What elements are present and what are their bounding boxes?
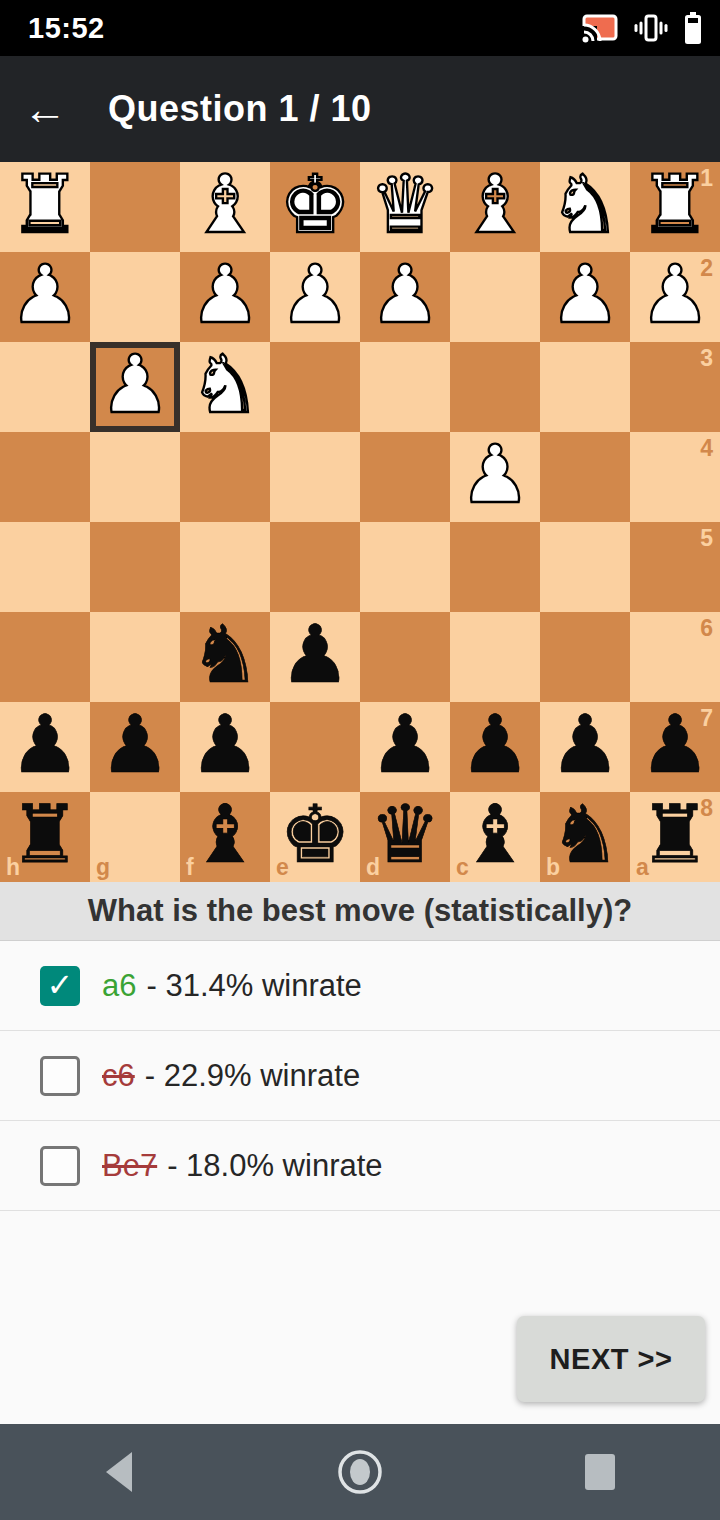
clock: 15:52	[28, 12, 105, 45]
piece-white-p-d2: ♟	[369, 255, 441, 339]
status-icons	[582, 12, 702, 44]
square-d6[interactable]	[360, 612, 450, 702]
answer-winrate: - 22.9% winrate	[145, 1058, 360, 1094]
piece-black-n-f6: ♞	[189, 615, 261, 699]
cast-icon	[582, 13, 618, 43]
square-a1[interactable]: ♜1	[630, 162, 720, 252]
square-c4[interactable]: ♟	[450, 432, 540, 522]
answer-checkbox[interactable]: ✓	[40, 966, 80, 1006]
piece-black-b-c8: ♝	[459, 795, 531, 879]
piece-white-p-b2: ♟	[549, 255, 621, 339]
question-text: What is the best move (statistically)?	[88, 893, 632, 929]
square-e3[interactable]	[270, 342, 360, 432]
square-a3[interactable]: 3	[630, 342, 720, 432]
square-c8[interactable]: ♝c	[450, 792, 540, 882]
status-bar: 15:52	[0, 0, 720, 56]
square-c6[interactable]	[450, 612, 540, 702]
piece-black-p-f7: ♟	[189, 705, 261, 789]
nav-back-icon	[100, 1450, 140, 1494]
nav-home-button[interactable]	[240, 1448, 480, 1496]
back-arrow-icon: ←	[23, 84, 67, 134]
answer-winrate: - 18.0% winrate	[167, 1148, 382, 1184]
square-b2[interactable]: ♟	[540, 252, 630, 342]
rank-label-6: 6	[700, 617, 713, 640]
rank-label-5: 5	[700, 527, 713, 550]
battery-icon	[684, 12, 702, 44]
screen: 15:52 ←	[0, 0, 720, 1520]
square-h7[interactable]: ♟	[0, 702, 90, 792]
piece-white-n-f3: ♞	[189, 345, 261, 429]
square-a2[interactable]: ♟2	[630, 252, 720, 342]
answer-list: ✓ a6 - 31.4% winrate ✓ c6 - 22.9% winrat…	[0, 941, 720, 1211]
square-b8[interactable]: ♞b	[540, 792, 630, 882]
square-h3[interactable]	[0, 342, 90, 432]
square-h2[interactable]: ♟	[0, 252, 90, 342]
piece-white-n-b1: ♞	[549, 165, 621, 249]
square-g2[interactable]	[90, 252, 180, 342]
piece-white-p-f2: ♟	[189, 255, 261, 339]
rank-label-8: 8	[700, 797, 713, 820]
answer-move: a6	[102, 968, 136, 1004]
rank-label-1: 1	[700, 167, 713, 190]
piece-black-p-g7: ♟	[99, 705, 171, 789]
square-h6[interactable]	[0, 612, 90, 702]
rank-label-7: 7	[700, 707, 713, 730]
square-e4[interactable]	[270, 432, 360, 522]
square-g3[interactable]: ♟	[90, 342, 180, 432]
rank-label-3: 3	[700, 347, 713, 370]
piece-white-r-h1: ♜	[9, 165, 81, 249]
square-a7[interactable]: ♟7	[630, 702, 720, 792]
square-e8[interactable]: ♚e	[270, 792, 360, 882]
square-h8[interactable]: ♜h	[0, 792, 90, 882]
file-label-c: c	[456, 856, 469, 879]
piece-white-p-e2: ♟	[279, 255, 351, 339]
square-f6[interactable]: ♞	[180, 612, 270, 702]
square-e7[interactable]	[270, 702, 360, 792]
file-label-e: e	[276, 856, 289, 879]
app-bar: ← Question 1 / 10	[0, 56, 720, 162]
square-c1[interactable]: ♝	[450, 162, 540, 252]
square-b3[interactable]	[540, 342, 630, 432]
piece-black-k-e8: ♚	[279, 795, 351, 879]
square-a8[interactable]: ♜8a	[630, 792, 720, 882]
back-button[interactable]: ←	[0, 56, 90, 162]
piece-white-b-f1: ♝	[189, 165, 261, 249]
answer-row-a6[interactable]: ✓ a6 - 31.4% winrate	[0, 941, 720, 1031]
square-b1[interactable]: ♞	[540, 162, 630, 252]
file-label-g: g	[96, 856, 110, 879]
piece-black-p-h7: ♟	[9, 705, 81, 789]
rank-label-4: 4	[700, 437, 713, 460]
square-h1[interactable]: ♜	[0, 162, 90, 252]
answer-checkbox[interactable]: ✓	[40, 1056, 80, 1096]
nav-back-button[interactable]	[0, 1450, 240, 1494]
square-c3[interactable]	[450, 342, 540, 432]
square-f7[interactable]: ♟	[180, 702, 270, 792]
square-a6[interactable]: 6	[630, 612, 720, 702]
file-label-f: f	[186, 856, 194, 879]
answer-move: Be7	[102, 1148, 157, 1184]
square-e1[interactable]: ♚	[270, 162, 360, 252]
answer-row-be7[interactable]: ✓ Be7 - 18.0% winrate	[0, 1121, 720, 1211]
square-f3[interactable]: ♞	[180, 342, 270, 432]
piece-black-p-c7: ♟	[459, 705, 531, 789]
answer-winrate: - 31.4% winrate	[146, 968, 361, 1004]
square-h4[interactable]	[0, 432, 90, 522]
square-d2[interactable]: ♟	[360, 252, 450, 342]
page-title: Question 1 / 10	[108, 88, 372, 130]
piece-black-b-f8: ♝	[189, 795, 261, 879]
file-label-h: h	[6, 856, 20, 879]
square-d7[interactable]: ♟	[360, 702, 450, 792]
square-d4[interactable]	[360, 432, 450, 522]
square-d1[interactable]: ♛	[360, 162, 450, 252]
checkmark-icon: ✓	[47, 969, 74, 1001]
square-f2[interactable]: ♟	[180, 252, 270, 342]
piece-black-p-d7: ♟	[369, 705, 441, 789]
square-g8[interactable]: g	[90, 792, 180, 882]
question-bar: What is the best move (statistically)?	[0, 882, 720, 941]
square-g6[interactable]	[90, 612, 180, 702]
nav-recents-icon	[580, 1450, 620, 1494]
vibrate-icon	[634, 13, 668, 43]
square-f5[interactable]	[180, 522, 270, 612]
piece-black-p-e6: ♟	[279, 615, 351, 699]
square-b5[interactable]	[540, 522, 630, 612]
piece-white-q-d1: ♛	[369, 165, 441, 249]
answer-row-c6[interactable]: ✓ c6 - 22.9% winrate	[0, 1031, 720, 1121]
square-g5[interactable]	[90, 522, 180, 612]
file-label-d: d	[366, 856, 380, 879]
chess-board: ♜♝♚♛♝♞♜1♟♟♟♟♟♟2♟♞3♟45♞♟6♟♟♟♟♟♟♟7♜hg♝f♚e♛…	[0, 162, 720, 882]
piece-white-p-c4: ♟	[459, 435, 531, 519]
rank-label-2: 2	[700, 257, 713, 280]
piece-white-p-h2: ♟	[9, 255, 81, 339]
file-label-b: b	[546, 856, 560, 879]
piece-white-k-e1: ♚	[279, 165, 351, 249]
square-d3[interactable]	[360, 342, 450, 432]
square-h5[interactable]	[0, 522, 90, 612]
navigation-bar	[0, 1424, 720, 1520]
square-f8[interactable]: ♝f	[180, 792, 270, 882]
piece-white-b-c1: ♝	[459, 165, 531, 249]
square-b6[interactable]	[540, 612, 630, 702]
square-a4[interactable]: 4	[630, 432, 720, 522]
piece-black-p-b7: ♟	[549, 705, 621, 789]
square-f1[interactable]: ♝	[180, 162, 270, 252]
square-g1[interactable]	[90, 162, 180, 252]
square-e6[interactable]: ♟	[270, 612, 360, 702]
square-b7[interactable]: ♟	[540, 702, 630, 792]
square-d8[interactable]: ♛d	[360, 792, 450, 882]
square-e2[interactable]: ♟	[270, 252, 360, 342]
square-a5[interactable]: 5	[630, 522, 720, 612]
square-c7[interactable]: ♟	[450, 702, 540, 792]
square-b4[interactable]	[540, 432, 630, 522]
piece-white-p-g3: ♟	[99, 345, 171, 429]
square-c2[interactable]	[450, 252, 540, 342]
nav-recents-button[interactable]	[480, 1450, 720, 1494]
next-button[interactable]: NEXT >>	[517, 1316, 705, 1402]
file-label-a: a	[636, 856, 649, 879]
square-c5[interactable]	[450, 522, 540, 612]
square-d5[interactable]	[360, 522, 450, 612]
square-e5[interactable]	[270, 522, 360, 612]
answer-checkbox[interactable]: ✓	[40, 1146, 80, 1186]
square-g4[interactable]	[90, 432, 180, 522]
nav-home-icon	[336, 1448, 384, 1496]
square-f4[interactable]	[180, 432, 270, 522]
square-g7[interactable]: ♟	[90, 702, 180, 792]
answer-move: c6	[102, 1058, 135, 1094]
